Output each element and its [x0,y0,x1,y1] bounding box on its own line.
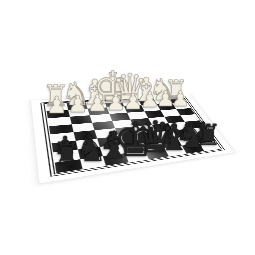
chess-set-product-photo: ♜♞♝♚♛♝♞♜♟♟♟♟♟♟♟♟♟♟♟♟♟♟♟♟♜♞♝♚♛♝♞♜ [0,0,255,255]
vinyl-chess-mat [30,93,235,184]
